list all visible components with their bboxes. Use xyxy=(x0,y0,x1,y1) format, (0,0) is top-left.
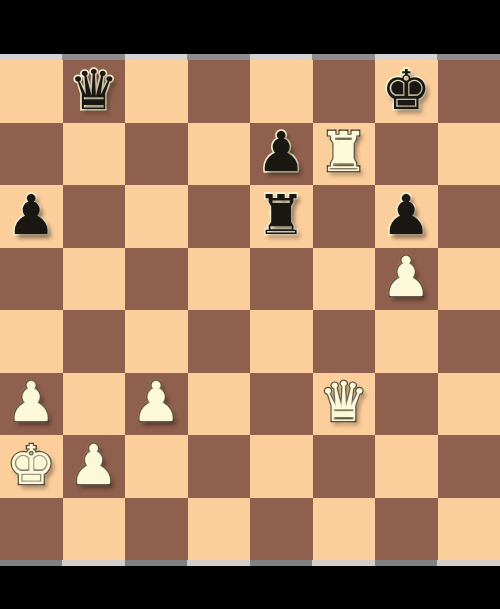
black-pawn[interactable]: ♟ xyxy=(7,188,56,243)
square-d8[interactable] xyxy=(188,60,251,123)
square-h4[interactable] xyxy=(438,310,500,373)
square-d4[interactable] xyxy=(188,310,251,373)
black-pawn[interactable]: ♟ xyxy=(382,188,431,243)
square-h3[interactable] xyxy=(438,373,500,436)
square-c8[interactable] xyxy=(125,60,188,123)
square-a3[interactable]: ♟ xyxy=(0,373,63,436)
square-d3[interactable] xyxy=(188,373,251,436)
square-e4[interactable] xyxy=(250,310,313,373)
square-c6[interactable] xyxy=(125,185,188,248)
square-e7[interactable]: ♟ xyxy=(250,123,313,186)
square-g4[interactable] xyxy=(375,310,438,373)
square-a6[interactable]: ♟ xyxy=(0,185,63,248)
square-c5[interactable] xyxy=(125,248,188,311)
top-letterbox xyxy=(0,0,500,54)
square-a2[interactable]: ♚ xyxy=(0,435,63,498)
square-d6[interactable] xyxy=(188,185,251,248)
square-h8[interactable] xyxy=(438,60,500,123)
square-c4[interactable] xyxy=(125,310,188,373)
square-d7[interactable] xyxy=(188,123,251,186)
square-b4[interactable] xyxy=(63,310,126,373)
square-e1[interactable] xyxy=(250,498,313,561)
white-pawn[interactable]: ♟ xyxy=(7,375,56,430)
square-b5[interactable] xyxy=(63,248,126,311)
square-b3[interactable] xyxy=(63,373,126,436)
square-f7[interactable]: ♜ xyxy=(313,123,376,186)
square-g1[interactable] xyxy=(375,498,438,561)
square-e8[interactable] xyxy=(250,60,313,123)
square-h7[interactable] xyxy=(438,123,500,186)
black-king[interactable]: ♚ xyxy=(382,63,431,118)
square-e5[interactable] xyxy=(250,248,313,311)
chess-board: ♛♚♟♜♟♜♟♟♟♟♛♚♟ xyxy=(0,60,500,560)
square-e3[interactable] xyxy=(250,373,313,436)
square-b2[interactable]: ♟ xyxy=(63,435,126,498)
white-rook[interactable]: ♜ xyxy=(319,125,368,180)
square-g8[interactable]: ♚ xyxy=(375,60,438,123)
square-d1[interactable] xyxy=(188,498,251,561)
square-c2[interactable] xyxy=(125,435,188,498)
square-f5[interactable] xyxy=(313,248,376,311)
chess-app-screen: ♛♚♟♜♟♜♟♟♟♟♛♚♟ xyxy=(0,0,500,609)
square-g3[interactable] xyxy=(375,373,438,436)
square-d2[interactable] xyxy=(188,435,251,498)
square-e6[interactable]: ♜ xyxy=(250,185,313,248)
square-h6[interactable] xyxy=(438,185,500,248)
black-pawn[interactable]: ♟ xyxy=(257,125,306,180)
white-pawn[interactable]: ♟ xyxy=(382,250,431,305)
bottom-letterbox xyxy=(0,566,500,609)
square-c1[interactable] xyxy=(125,498,188,561)
square-h2[interactable] xyxy=(438,435,500,498)
square-f3[interactable]: ♛ xyxy=(313,373,376,436)
square-b8[interactable]: ♛ xyxy=(63,60,126,123)
square-h5[interactable] xyxy=(438,248,500,311)
square-c3[interactable]: ♟ xyxy=(125,373,188,436)
white-pawn[interactable]: ♟ xyxy=(69,438,118,493)
square-c7[interactable] xyxy=(125,123,188,186)
square-b7[interactable] xyxy=(63,123,126,186)
square-g7[interactable] xyxy=(375,123,438,186)
square-f4[interactable] xyxy=(313,310,376,373)
white-pawn[interactable]: ♟ xyxy=(132,375,181,430)
square-a1[interactable] xyxy=(0,498,63,561)
white-king[interactable]: ♚ xyxy=(7,438,56,493)
square-d5[interactable] xyxy=(188,248,251,311)
square-f2[interactable] xyxy=(313,435,376,498)
square-g2[interactable] xyxy=(375,435,438,498)
square-f1[interactable] xyxy=(313,498,376,561)
square-f6[interactable] xyxy=(313,185,376,248)
square-a5[interactable] xyxy=(0,248,63,311)
square-b1[interactable] xyxy=(63,498,126,561)
black-queen[interactable]: ♛ xyxy=(69,63,118,118)
square-b6[interactable] xyxy=(63,185,126,248)
square-a8[interactable] xyxy=(0,60,63,123)
square-a7[interactable] xyxy=(0,123,63,186)
square-h1[interactable] xyxy=(438,498,500,561)
square-f8[interactable] xyxy=(313,60,376,123)
square-g6[interactable]: ♟ xyxy=(375,185,438,248)
square-g5[interactable]: ♟ xyxy=(375,248,438,311)
square-a4[interactable] xyxy=(0,310,63,373)
square-e2[interactable] xyxy=(250,435,313,498)
black-rook[interactable]: ♜ xyxy=(257,188,306,243)
white-queen[interactable]: ♛ xyxy=(319,375,368,430)
